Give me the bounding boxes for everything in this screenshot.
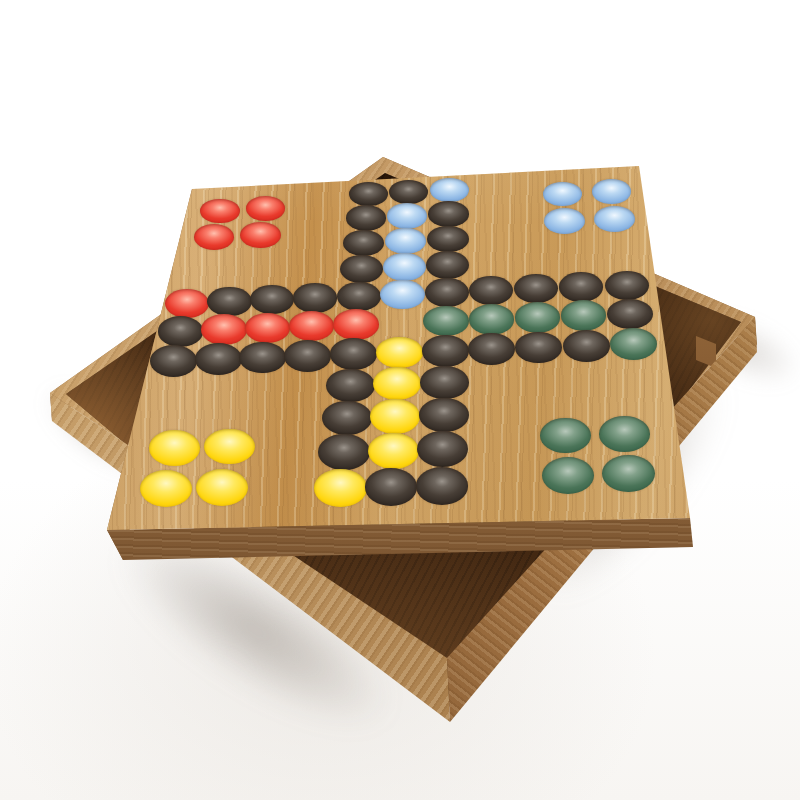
hole-green (515, 302, 561, 333)
hole-black (207, 287, 251, 316)
hole-blue (592, 179, 631, 204)
hole-blue (594, 206, 635, 232)
hole-black (468, 333, 515, 365)
hole-black (607, 299, 653, 330)
hole-black (559, 272, 603, 301)
hole-black (318, 434, 369, 470)
hole-black (389, 180, 428, 204)
hole-black (365, 468, 418, 506)
hole-black (195, 343, 242, 375)
hole-black (425, 278, 469, 307)
hole-black (349, 182, 388, 206)
hole-blue (383, 253, 426, 281)
hole-yellow (370, 399, 420, 434)
hole-black (419, 398, 469, 433)
hole-black (250, 285, 294, 314)
hole-black (322, 401, 372, 436)
hole-red (200, 199, 239, 224)
hole-blue (430, 178, 469, 202)
hole-black (337, 282, 381, 311)
hole-red (246, 196, 285, 221)
photo-scene (0, 0, 800, 800)
hole-black (293, 283, 337, 312)
hole-yellow (376, 337, 423, 369)
hole-black (284, 340, 331, 372)
hole-black (514, 274, 558, 303)
hole-black (150, 345, 197, 377)
hole-blue (544, 208, 585, 234)
hole-black (340, 255, 383, 283)
hole-green (561, 300, 607, 331)
hole-red (201, 314, 247, 345)
hole-red (245, 313, 291, 344)
hole-black (426, 251, 469, 279)
hole-green (423, 306, 469, 337)
hole-yellow (140, 470, 193, 507)
hole-black (417, 431, 468, 467)
hole-black (346, 205, 386, 231)
hole-black (563, 330, 610, 362)
hole-red (194, 224, 235, 250)
hole-black (239, 342, 286, 374)
hole-green (469, 304, 515, 335)
hole-black (158, 316, 204, 347)
hole-red (333, 309, 379, 340)
hole-black (427, 226, 469, 253)
hole-yellow (149, 430, 200, 466)
hole-black (428, 201, 468, 227)
hole-black (416, 467, 469, 505)
hole-blue (385, 228, 427, 255)
hole-red (165, 289, 209, 318)
hole-green (602, 455, 654, 492)
hole-blue (387, 203, 427, 229)
hole-black (605, 271, 649, 300)
hole-blue (380, 280, 424, 309)
hole-black (469, 276, 513, 305)
hole-green (540, 418, 591, 454)
hole-yellow (204, 429, 255, 465)
hole-yellow (196, 469, 249, 506)
hole-blue (543, 182, 582, 207)
hole-black (515, 332, 562, 364)
hole-black (343, 230, 385, 257)
hole-black (330, 338, 377, 370)
hole-black (422, 335, 469, 367)
board-holes-layer (0, 0, 800, 800)
hole-yellow (368, 433, 419, 469)
hole-red (240, 222, 281, 248)
hole-yellow (373, 367, 422, 400)
hole-black (326, 369, 375, 402)
hole-red (289, 311, 335, 342)
hole-green (542, 457, 594, 494)
hole-yellow (314, 469, 367, 507)
hole-green (610, 328, 657, 360)
hole-black (420, 366, 469, 399)
hole-green (599, 416, 650, 452)
